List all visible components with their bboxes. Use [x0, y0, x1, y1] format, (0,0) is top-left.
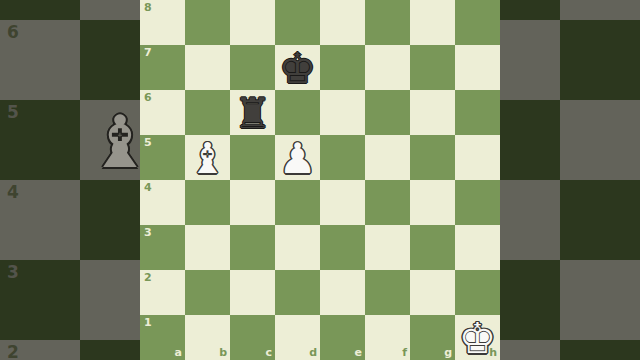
bg-rank-label: 2 [7, 344, 19, 360]
file-label-a: a [175, 347, 182, 358]
square-f3[interactable] [365, 225, 410, 270]
square-f6[interactable] [365, 90, 410, 135]
square-b1[interactable]: b [185, 315, 230, 360]
rank-label-7: 7 [144, 47, 152, 58]
square-f1[interactable]: f [365, 315, 410, 360]
square-e8[interactable] [320, 0, 365, 45]
file-label-c: c [265, 347, 272, 358]
square-b4[interactable] [185, 180, 230, 225]
bg-rank-label: 6 [7, 24, 19, 41]
square-f5[interactable] [365, 135, 410, 180]
square-h2[interactable] [455, 270, 500, 315]
rank-label-1: 1 [144, 317, 152, 328]
square-d8[interactable] [275, 0, 320, 45]
square-b7[interactable] [185, 45, 230, 90]
bg-rank-label: 5 [7, 104, 19, 121]
rank-label-3: 3 [144, 227, 152, 238]
video-frame: 65♝432 87♚6♜5♝♟4321abcdefgh♚ [0, 0, 640, 360]
square-a2[interactable]: 2 [140, 270, 185, 315]
square-b2[interactable] [185, 270, 230, 315]
piece-white-king[interactable]: ♚ [455, 315, 500, 360]
square-h6[interactable] [455, 90, 500, 135]
square-c5[interactable] [230, 135, 275, 180]
bg-square-h3 [560, 260, 640, 340]
square-e4[interactable] [320, 180, 365, 225]
rank-label-8: 8 [144, 2, 152, 13]
square-e1[interactable]: e [320, 315, 365, 360]
bg-rank-label: 4 [7, 184, 19, 201]
piece-black-king[interactable]: ♚ [275, 45, 320, 90]
rank-label-2: 2 [144, 272, 152, 283]
square-e5[interactable] [320, 135, 365, 180]
square-e6[interactable] [320, 90, 365, 135]
square-g3[interactable] [410, 225, 455, 270]
square-f2[interactable] [365, 270, 410, 315]
bg-square-a5: 5 [0, 100, 80, 180]
rank-label-6: 6 [144, 92, 152, 103]
square-b5[interactable]: ♝ [185, 135, 230, 180]
rank-label-4: 4 [144, 182, 152, 193]
square-h4[interactable] [455, 180, 500, 225]
square-g8[interactable] [410, 0, 455, 45]
file-label-e: e [355, 347, 362, 358]
square-a4[interactable]: 4 [140, 180, 185, 225]
square-b6[interactable] [185, 90, 230, 135]
square-e3[interactable] [320, 225, 365, 270]
bg-square-h4 [560, 180, 640, 260]
square-h5[interactable] [455, 135, 500, 180]
square-f7[interactable] [365, 45, 410, 90]
square-h7[interactable] [455, 45, 500, 90]
piece-white-bishop[interactable]: ♝ [185, 135, 230, 180]
square-f4[interactable] [365, 180, 410, 225]
square-g4[interactable] [410, 180, 455, 225]
square-h3[interactable] [455, 225, 500, 270]
square-d6[interactable] [275, 90, 320, 135]
square-b8[interactable] [185, 0, 230, 45]
square-c6[interactable]: ♜ [230, 90, 275, 135]
square-d1[interactable]: d [275, 315, 320, 360]
bg-square-h6 [560, 20, 640, 100]
square-d5[interactable]: ♟ [275, 135, 320, 180]
square-c7[interactable] [230, 45, 275, 90]
bg-square-a4: 4 [0, 180, 80, 260]
square-g5[interactable] [410, 135, 455, 180]
square-h8[interactable] [455, 0, 500, 45]
bg-square-a2: 2 [0, 340, 80, 360]
bg-rank-label: 3 [7, 264, 19, 281]
bg-square-h7 [560, 0, 640, 20]
piece-white-pawn[interactable]: ♟ [275, 135, 320, 180]
square-a3[interactable]: 3 [140, 225, 185, 270]
chess-board: 87♚6♜5♝♟4321abcdefgh♚ [140, 0, 500, 360]
square-h1[interactable]: h♚ [455, 315, 500, 360]
square-c4[interactable] [230, 180, 275, 225]
file-label-f: f [402, 347, 407, 358]
square-b3[interactable] [185, 225, 230, 270]
file-label-g: g [444, 347, 452, 358]
square-a7[interactable]: 7 [140, 45, 185, 90]
bg-square-a6: 6 [0, 20, 80, 100]
square-c3[interactable] [230, 225, 275, 270]
file-label-b: b [219, 347, 227, 358]
bg-square-h5 [560, 100, 640, 180]
square-c2[interactable] [230, 270, 275, 315]
square-d4[interactable] [275, 180, 320, 225]
bg-square-h2 [560, 340, 640, 360]
rank-label-5: 5 [144, 137, 152, 148]
square-g6[interactable] [410, 90, 455, 135]
square-g7[interactable] [410, 45, 455, 90]
bg-square-a7 [0, 0, 80, 20]
square-f8[interactable] [365, 0, 410, 45]
piece-black-rook[interactable]: ♜ [230, 90, 275, 135]
square-e7[interactable] [320, 45, 365, 90]
square-a5[interactable]: 5 [140, 135, 185, 180]
square-d2[interactable] [275, 270, 320, 315]
square-a1[interactable]: 1a [140, 315, 185, 360]
square-e2[interactable] [320, 270, 365, 315]
file-label-d: d [309, 347, 317, 358]
square-c1[interactable]: c [230, 315, 275, 360]
square-a8[interactable]: 8 [140, 0, 185, 45]
square-d7[interactable]: ♚ [275, 45, 320, 90]
square-d3[interactable] [275, 225, 320, 270]
square-c8[interactable] [230, 0, 275, 45]
square-a6[interactable]: 6 [140, 90, 185, 135]
bg-square-a3: 3 [0, 260, 80, 340]
square-g1[interactable]: g [410, 315, 455, 360]
square-g2[interactable] [410, 270, 455, 315]
